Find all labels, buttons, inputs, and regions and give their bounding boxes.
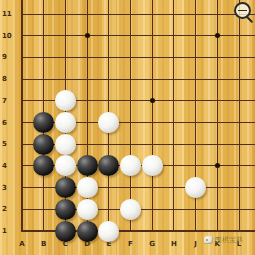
- grid-hline-10: [21, 35, 255, 36]
- col-label-G: G: [145, 240, 159, 248]
- stone-white-C4[interactable]: [55, 155, 76, 176]
- stone-black-C3[interactable]: [55, 177, 76, 198]
- stone-black-C2[interactable]: [55, 199, 76, 220]
- row-label-5: 5: [2, 140, 14, 148]
- star-point-D10: [85, 33, 90, 38]
- col-label-A: A: [15, 240, 29, 248]
- stone-black-B6[interactable]: [33, 112, 54, 133]
- row-label-6: 6: [2, 119, 14, 127]
- stone-white-E1[interactable]: [98, 221, 119, 242]
- row-label-4: 4: [2, 162, 14, 170]
- stone-white-E6[interactable]: [98, 112, 119, 133]
- watermark-logo-icon: [204, 236, 213, 244]
- star-point-G7: [150, 98, 155, 103]
- stone-white-C6[interactable]: [55, 112, 76, 133]
- stone-black-B5[interactable]: [33, 134, 54, 155]
- star-point-K4: [215, 163, 220, 168]
- stone-black-B4[interactable]: [33, 155, 54, 176]
- stone-white-F4[interactable]: [120, 155, 141, 176]
- row-label-11: 11: [2, 10, 14, 18]
- watermark: 围棋宝典: [204, 234, 243, 245]
- minus-glyph: [238, 10, 247, 12]
- go-app-screen: 围棋宝典 1234567891011ABCDEFGHJKL: [0, 0, 255, 255]
- row-label-8: 8: [2, 75, 14, 83]
- stone-white-D3[interactable]: [77, 177, 98, 198]
- stone-white-G4[interactable]: [142, 155, 163, 176]
- watermark-text: 围棋宝典: [215, 235, 243, 245]
- row-label-3: 3: [2, 184, 14, 192]
- col-label-F: F: [124, 240, 138, 248]
- grid-hline-11: [21, 14, 255, 15]
- row-label-10: 10: [2, 32, 14, 40]
- zoom-out-button[interactable]: [228, 0, 255, 26]
- row-label-2: 2: [2, 205, 14, 213]
- star-point-K10: [215, 33, 220, 38]
- stone-white-F2[interactable]: [120, 199, 141, 220]
- stone-black-C1[interactable]: [55, 221, 76, 242]
- row-label-1: 1: [2, 227, 14, 235]
- stone-black-E4[interactable]: [98, 155, 119, 176]
- col-label-H: H: [167, 240, 181, 248]
- stone-white-D2[interactable]: [77, 199, 98, 220]
- stone-black-D4[interactable]: [77, 155, 98, 176]
- stone-black-D1[interactable]: [77, 221, 98, 242]
- col-label-J: J: [189, 240, 203, 248]
- grid-hline-8: [21, 79, 255, 80]
- row-label-7: 7: [2, 97, 14, 105]
- stone-white-C5[interactable]: [55, 134, 76, 155]
- grid-hline-9: [21, 57, 255, 58]
- row-label-9: 9: [2, 53, 14, 61]
- stone-white-C7[interactable]: [55, 90, 76, 111]
- stone-white-J3[interactable]: [185, 177, 206, 198]
- col-label-B: B: [37, 240, 51, 248]
